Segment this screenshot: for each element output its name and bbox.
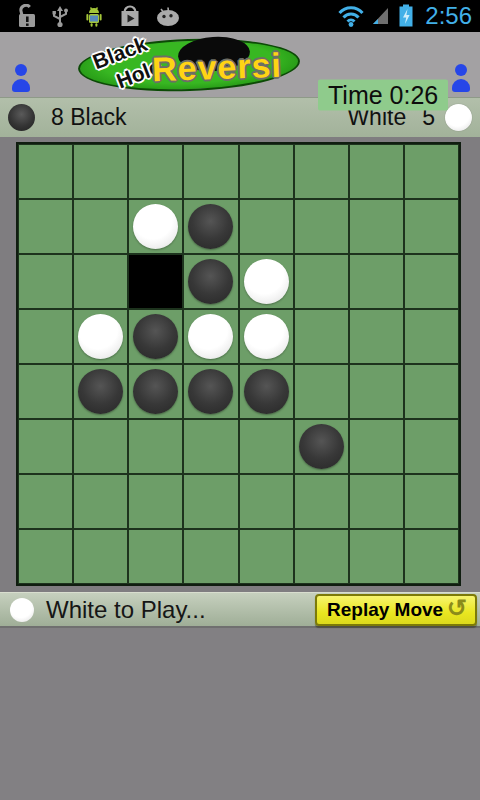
footer-empty-area — [0, 628, 480, 798]
app-logo: Black Hole Reversi — [70, 35, 308, 94]
black-hole-cell — [129, 255, 182, 308]
board-cell[interactable] — [295, 530, 348, 583]
board-cell[interactable] — [295, 420, 348, 473]
board-cell[interactable] — [74, 365, 127, 418]
board-cell[interactable] — [184, 145, 237, 198]
board-cell[interactable] — [240, 145, 293, 198]
android-status-bar[interactable]: 2:56 — [0, 0, 480, 32]
board-cell[interactable] — [405, 420, 458, 473]
white-score-disc-icon — [445, 104, 472, 131]
board-cell[interactable] — [129, 420, 182, 473]
board-cell[interactable] — [240, 365, 293, 418]
black-player-icon[interactable] — [11, 64, 31, 94]
board-cell[interactable] — [350, 475, 403, 528]
black-disc — [188, 204, 233, 249]
board-cell[interactable] — [350, 420, 403, 473]
board-cell[interactable] — [19, 420, 72, 473]
board-cell[interactable] — [129, 475, 182, 528]
board-cell[interactable] — [240, 310, 293, 363]
board-cell[interactable] — [74, 530, 127, 583]
board-area — [0, 137, 480, 592]
board — [16, 142, 461, 586]
play-store-icon — [118, 4, 142, 28]
board-cell[interactable] — [184, 530, 237, 583]
board-cell[interactable] — [19, 365, 72, 418]
black-disc — [188, 369, 233, 414]
black-disc — [133, 314, 178, 359]
board-cell[interactable] — [405, 310, 458, 363]
board-cell[interactable] — [184, 475, 237, 528]
board-cell[interactable] — [129, 200, 182, 253]
board-cell[interactable] — [295, 145, 348, 198]
black-score: 8 Black — [51, 104, 126, 131]
board-cell[interactable] — [74, 200, 127, 253]
board-cell[interactable] — [74, 420, 127, 473]
black-disc — [78, 369, 123, 414]
board-cell[interactable] — [295, 200, 348, 253]
board-cell[interactable] — [19, 200, 72, 253]
android-icon — [82, 4, 106, 28]
board-cell[interactable] — [295, 475, 348, 528]
board-cell[interactable] — [405, 145, 458, 198]
status-clock: 2:56 — [425, 2, 472, 30]
board-cell[interactable] — [184, 365, 237, 418]
black-score-disc-icon — [8, 104, 35, 131]
replay-move-label: Replay Move — [327, 599, 443, 621]
white-player-icon[interactable] — [451, 64, 471, 94]
wifi-icon — [337, 4, 365, 28]
board-cell[interactable] — [184, 255, 237, 308]
usb-debug-icon — [154, 5, 182, 27]
board-cell[interactable] — [295, 365, 348, 418]
board-cell[interactable] — [129, 145, 182, 198]
action-bar: White to Play... Replay Move ↺ — [0, 592, 480, 628]
lock-warning-icon — [16, 4, 38, 28]
board-cell[interactable] — [350, 200, 403, 253]
board-cell[interactable] — [350, 145, 403, 198]
board-cell[interactable] — [405, 255, 458, 308]
title-bar: Black Hole Reversi Time 0:26 — [0, 32, 480, 97]
board-cell[interactable] — [129, 365, 182, 418]
board-cell[interactable] — [350, 530, 403, 583]
board-cell[interactable] — [350, 255, 403, 308]
board-cell[interactable] — [184, 420, 237, 473]
battery-charging-icon — [397, 3, 415, 29]
board-cell[interactable] — [295, 255, 348, 308]
black-disc — [299, 424, 344, 469]
board-cell[interactable] — [19, 310, 72, 363]
board-cell[interactable] — [240, 420, 293, 473]
board-cell[interactable] — [405, 365, 458, 418]
board-cell[interactable] — [240, 255, 293, 308]
board-cell[interactable] — [240, 200, 293, 253]
board-cell[interactable] — [350, 365, 403, 418]
board-cell[interactable] — [74, 145, 127, 198]
board-cell[interactable] — [184, 200, 237, 253]
undo-arrow-icon: ↺ — [447, 596, 467, 620]
turn-indicator-disc — [10, 598, 34, 622]
board-cell[interactable] — [74, 310, 127, 363]
board-cell[interactable] — [74, 475, 127, 528]
logo-word-reversi: Reversi — [151, 46, 282, 90]
board-cell[interactable] — [74, 255, 127, 308]
game-timer: Time 0:26 — [318, 80, 448, 111]
board-cell[interactable] — [405, 530, 458, 583]
board-cell[interactable] — [19, 145, 72, 198]
signal-icon — [371, 4, 391, 28]
white-disc — [78, 314, 123, 359]
board-cell[interactable] — [129, 310, 182, 363]
black-disc — [188, 259, 233, 304]
board-cell[interactable] — [129, 530, 182, 583]
board-cell[interactable] — [240, 475, 293, 528]
white-disc — [244, 259, 289, 304]
white-disc — [244, 314, 289, 359]
board-cell[interactable] — [19, 255, 72, 308]
board-cell[interactable] — [350, 310, 403, 363]
board-cell[interactable] — [19, 475, 72, 528]
turn-status-text: White to Play... — [46, 596, 206, 624]
black-disc — [133, 369, 178, 414]
white-disc — [133, 204, 178, 249]
white-disc — [188, 314, 233, 359]
board-cell[interactable] — [405, 475, 458, 528]
board-cell[interactable] — [240, 530, 293, 583]
black-disc — [244, 369, 289, 414]
board-cell[interactable] — [19, 530, 72, 583]
usb-icon — [50, 4, 70, 28]
board-cell[interactable] — [405, 200, 458, 253]
replay-move-button[interactable]: Replay Move ↺ — [315, 594, 477, 626]
board-cell[interactable] — [184, 310, 237, 363]
board-cell[interactable] — [295, 310, 348, 363]
